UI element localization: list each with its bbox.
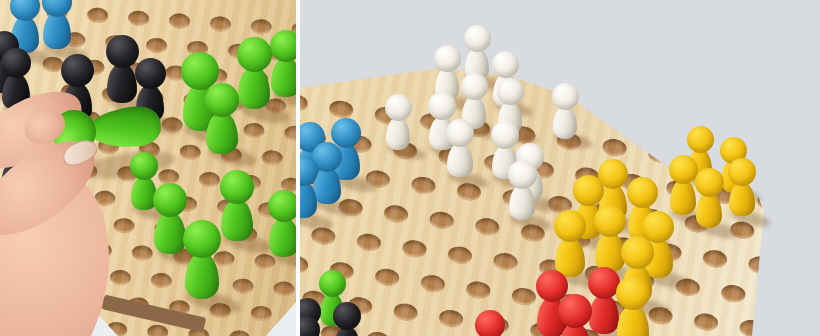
peg-head — [492, 51, 519, 78]
peg-body — [43, 13, 71, 49]
peg-head — [508, 160, 537, 189]
peg-body — [553, 106, 578, 138]
peg-body — [269, 218, 296, 256]
peg-green — [268, 190, 296, 257]
peg-head — [300, 316, 320, 336]
peg-head — [205, 83, 239, 117]
peg-head — [669, 155, 698, 184]
right-panel-overview-photo — [300, 0, 820, 336]
peg-head — [130, 152, 158, 180]
panel-divider — [296, 0, 300, 336]
peg-head — [554, 210, 586, 242]
peg-head — [491, 121, 519, 149]
peg-body — [185, 253, 220, 299]
peg-head — [268, 190, 296, 222]
peg-head — [183, 220, 221, 258]
peg-head — [728, 158, 756, 186]
peg-head — [627, 177, 658, 208]
peg-head — [695, 168, 724, 197]
peg-head — [1, 48, 31, 78]
peg-black — [333, 302, 361, 336]
peg-blue — [42, 0, 72, 49]
peg-body — [271, 58, 296, 96]
peg-head — [434, 45, 461, 72]
peg-head — [135, 58, 166, 89]
peg-body — [89, 104, 163, 150]
peg-head — [446, 119, 474, 147]
peg-body — [617, 306, 648, 336]
chinese-checkers-product-photo — [0, 0, 820, 336]
peg-green — [270, 30, 296, 97]
peg-body — [447, 144, 473, 178]
peg-body — [509, 185, 536, 220]
peg-body — [300, 182, 317, 218]
peg-body — [670, 180, 697, 215]
peg-white — [552, 83, 579, 139]
peg-body — [729, 183, 755, 217]
peg-yellow — [616, 276, 650, 336]
peg-yellow — [728, 158, 756, 216]
peg-head — [220, 170, 254, 204]
peg-head — [319, 270, 346, 297]
peg-head — [237, 37, 272, 72]
peg-head — [10, 0, 40, 21]
peg-head — [497, 78, 524, 105]
peg-body — [589, 295, 618, 333]
peg-green — [183, 220, 221, 299]
peg-body — [107, 64, 137, 104]
peg-green — [205, 83, 239, 154]
peg-head — [300, 156, 318, 186]
peg-white — [508, 160, 537, 220]
peg-head — [428, 92, 456, 120]
peg-green — [153, 183, 187, 254]
peg-head — [461, 73, 488, 100]
peg-head — [42, 0, 72, 17]
peg-head — [475, 310, 505, 336]
peg-head — [687, 126, 714, 153]
peg-red — [558, 294, 592, 336]
peg-body — [238, 67, 270, 109]
peg-body — [154, 213, 185, 254]
peg-red — [475, 310, 505, 336]
peg-body — [386, 117, 411, 149]
peg-black — [300, 316, 320, 336]
peg-head — [621, 236, 654, 269]
peg-yellow — [669, 155, 698, 215]
peg-body — [206, 113, 237, 154]
peg-head — [270, 30, 296, 62]
peg-yellow — [554, 210, 586, 277]
peg-head — [594, 205, 626, 237]
peg-head — [385, 94, 412, 121]
peg-head — [464, 25, 491, 52]
peg-body — [696, 193, 723, 228]
left-panel-closeup-photo — [0, 0, 296, 336]
peg-head — [616, 276, 650, 310]
peg-head — [153, 183, 187, 217]
peg-head — [61, 54, 94, 87]
peg-head — [552, 83, 579, 110]
peg-white — [446, 119, 474, 177]
peg-yellow — [695, 168, 724, 228]
peg-blue — [300, 156, 318, 218]
peg-green — [220, 170, 254, 241]
peg-head — [573, 175, 604, 206]
peg-white — [385, 94, 412, 150]
pegs-layer — [300, 0, 820, 336]
peg-head — [333, 302, 361, 330]
peg-green — [237, 37, 272, 110]
peg-head — [558, 294, 592, 328]
peg-body — [221, 200, 252, 241]
